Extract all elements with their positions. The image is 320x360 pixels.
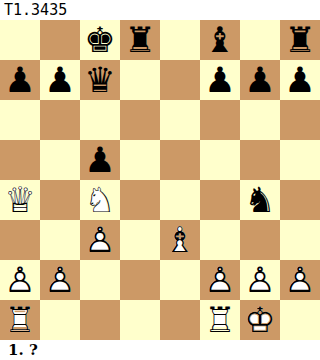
black-bishop-piece: ♝ [200,20,240,60]
black-pawn-piece: ♟ [280,60,320,100]
black-piece-glyph: ♜ [280,20,320,60]
white-piece-outline: ♕ [0,180,40,220]
white-queen-piece: ♛♕ [0,180,40,220]
square-g1[interactable]: ♚♔ [240,300,280,340]
chess-board: ♚♜♝♜♟♟♛♟♟♟♟♛♕♞♘♞♟♙♝♗♟♙♟♙♟♙♟♙♟♙♜♖♜♖♚♔ [0,20,320,340]
white-piece-outline: ♙ [0,260,40,300]
black-piece-glyph: ♞ [240,180,280,220]
square-c1[interactable] [80,300,120,340]
square-d7[interactable] [120,60,160,100]
square-c6[interactable] [80,100,120,140]
square-a5[interactable] [0,140,40,180]
black-piece-glyph: ♟ [240,60,280,100]
black-pawn-piece: ♟ [40,60,80,100]
square-a1[interactable]: ♜♖ [0,300,40,340]
square-b7[interactable]: ♟ [40,60,80,100]
square-a2[interactable]: ♟♙ [0,260,40,300]
black-pawn-piece: ♟ [240,60,280,100]
chess-app: T1.3435 ♚♜♝♜♟♟♛♟♟♟♟♛♕♞♘♞♟♙♝♗♟♙♟♙♟♙♟♙♟♙♜♖… [0,0,320,360]
square-f3[interactable] [200,220,240,260]
white-piece-outline: ♖ [200,300,240,340]
black-piece-glyph: ♜ [120,20,160,60]
square-g3[interactable] [240,220,280,260]
white-piece-outline: ♘ [80,180,120,220]
square-d5[interactable] [120,140,160,180]
black-pawn-piece: ♟ [0,60,40,100]
white-piece-outline: ♙ [200,260,240,300]
square-g6[interactable] [240,100,280,140]
square-b1[interactable] [40,300,80,340]
square-g7[interactable]: ♟ [240,60,280,100]
square-h3[interactable] [280,220,320,260]
square-g5[interactable] [240,140,280,180]
square-f6[interactable] [200,100,240,140]
square-f8[interactable]: ♝ [200,20,240,60]
square-e4[interactable] [160,180,200,220]
square-c4[interactable]: ♞♘ [80,180,120,220]
square-e6[interactable] [160,100,200,140]
square-b3[interactable] [40,220,80,260]
white-piece-outline: ♖ [0,300,40,340]
black-piece-glyph: ♚ [80,20,120,60]
white-piece-outline: ♙ [280,260,320,300]
white-piece-outline: ♔ [240,300,280,340]
white-knight-piece: ♞♘ [80,180,120,220]
black-piece-glyph: ♟ [40,60,80,100]
black-piece-glyph: ♟ [80,140,120,180]
square-c5[interactable]: ♟ [80,140,120,180]
square-f5[interactable] [200,140,240,180]
square-a8[interactable] [0,20,40,60]
black-piece-glyph: ♛ [80,60,120,100]
square-d1[interactable] [120,300,160,340]
square-a4[interactable]: ♛♕ [0,180,40,220]
white-pawn-piece: ♟♙ [80,220,120,260]
square-c3[interactable]: ♟♙ [80,220,120,260]
square-h7[interactable]: ♟ [280,60,320,100]
white-rook-piece: ♜♖ [0,300,40,340]
square-e5[interactable] [160,140,200,180]
square-b6[interactable] [40,100,80,140]
white-pawn-piece: ♟♙ [200,260,240,300]
black-rook-piece: ♜ [280,20,320,60]
white-pawn-piece: ♟♙ [280,260,320,300]
square-a3[interactable] [0,220,40,260]
square-c2[interactable] [80,260,120,300]
square-f4[interactable] [200,180,240,220]
white-pawn-piece: ♟♙ [0,260,40,300]
black-knight-piece: ♞ [240,180,280,220]
black-piece-glyph: ♟ [200,60,240,100]
square-c7[interactable]: ♛ [80,60,120,100]
square-g2[interactable]: ♟♙ [240,260,280,300]
white-piece-outline: ♙ [40,260,80,300]
square-a6[interactable] [0,100,40,140]
square-a7[interactable]: ♟ [0,60,40,100]
square-d8[interactable]: ♜ [120,20,160,60]
black-queen-piece: ♛ [80,60,120,100]
black-pawn-piece: ♟ [200,60,240,100]
square-h8[interactable]: ♜ [280,20,320,60]
white-pawn-piece: ♟♙ [240,260,280,300]
white-piece-outline: ♙ [240,260,280,300]
square-h1[interactable] [280,300,320,340]
black-piece-glyph: ♟ [280,60,320,100]
square-d4[interactable] [120,180,160,220]
square-f7[interactable]: ♟ [200,60,240,100]
square-e7[interactable] [160,60,200,100]
square-c8[interactable]: ♚ [80,20,120,60]
white-piece-outline: ♙ [80,220,120,260]
square-h5[interactable] [280,140,320,180]
black-piece-glyph: ♝ [200,20,240,60]
white-piece-outline: ♗ [160,220,200,260]
square-e1[interactable] [160,300,200,340]
square-b8[interactable] [40,20,80,60]
square-e3[interactable]: ♝♗ [160,220,200,260]
square-g8[interactable] [240,20,280,60]
square-f1[interactable]: ♜♖ [200,300,240,340]
square-e8[interactable] [160,20,200,60]
square-b4[interactable] [40,180,80,220]
square-d3[interactable] [120,220,160,260]
move-prompt: 1. ? [0,340,320,360]
white-rook-piece: ♜♖ [200,300,240,340]
square-f2[interactable]: ♟♙ [200,260,240,300]
white-king-piece: ♚♔ [240,300,280,340]
square-e2[interactable] [160,260,200,300]
square-h2[interactable]: ♟♙ [280,260,320,300]
square-b5[interactable] [40,140,80,180]
puzzle-id: T1.3435 [0,0,320,20]
square-b2[interactable]: ♟♙ [40,260,80,300]
square-d6[interactable] [120,100,160,140]
white-pawn-piece: ♟♙ [40,260,80,300]
white-bishop-piece: ♝♗ [160,220,200,260]
black-rook-piece: ♜ [120,20,160,60]
square-d2[interactable] [120,260,160,300]
square-g4[interactable]: ♞ [240,180,280,220]
square-h4[interactable] [280,180,320,220]
black-pawn-piece: ♟ [80,140,120,180]
black-piece-glyph: ♟ [0,60,40,100]
black-king-piece: ♚ [80,20,120,60]
square-h6[interactable] [280,100,320,140]
